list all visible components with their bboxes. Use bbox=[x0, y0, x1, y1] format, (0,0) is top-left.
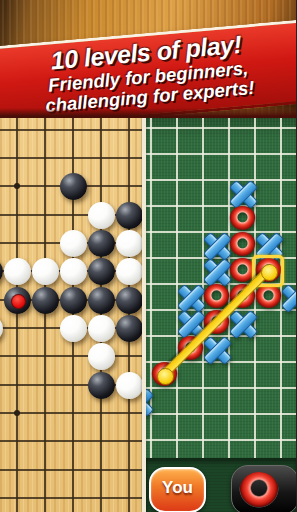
right-panel: You bbox=[146, 118, 296, 512]
black-stone bbox=[88, 372, 115, 399]
win-line-endpoint bbox=[261, 264, 278, 281]
board-hline bbox=[146, 153, 296, 155]
white-stone bbox=[88, 202, 115, 229]
board-vline bbox=[44, 118, 46, 512]
x-piece bbox=[229, 310, 256, 337]
black-stone bbox=[4, 287, 31, 314]
xo-board[interactable] bbox=[146, 118, 296, 458]
o-piece-indicator-icon bbox=[239, 472, 279, 512]
white-stone bbox=[88, 343, 115, 370]
black-stone bbox=[0, 258, 3, 285]
white-stone bbox=[4, 258, 31, 285]
black-stone bbox=[88, 287, 115, 314]
promo-banner: 10 levels of play! Friendly for beginner… bbox=[0, 19, 296, 118]
you-button[interactable]: You bbox=[149, 467, 206, 512]
board-vline bbox=[16, 118, 18, 512]
x-piece bbox=[281, 284, 297, 311]
black-stone bbox=[32, 287, 59, 314]
white-stone bbox=[60, 315, 87, 342]
white-stone bbox=[88, 315, 115, 342]
white-stone bbox=[60, 230, 87, 257]
x-piece bbox=[146, 388, 152, 415]
go-board[interactable] bbox=[0, 118, 142, 512]
star-point bbox=[14, 410, 20, 416]
x-piece bbox=[229, 180, 256, 207]
last-move-marker bbox=[11, 294, 26, 309]
x-piece bbox=[203, 232, 230, 259]
white-stone bbox=[116, 230, 143, 257]
board-hline bbox=[0, 469, 142, 471]
app-screen: 10 levels of play! Friendly for beginner… bbox=[0, 0, 296, 512]
x-piece bbox=[203, 258, 230, 285]
white-stone bbox=[60, 258, 87, 285]
board-hline bbox=[146, 205, 296, 207]
board-hline bbox=[0, 440, 142, 442]
white-stone bbox=[116, 258, 143, 285]
o-piece bbox=[255, 284, 282, 311]
board-hline bbox=[146, 413, 296, 415]
board-hline bbox=[0, 157, 142, 159]
black-stone bbox=[116, 287, 143, 314]
board-hline bbox=[146, 127, 296, 129]
bottom-bar: You bbox=[146, 458, 296, 512]
black-stone bbox=[60, 173, 87, 200]
board-hline bbox=[0, 412, 142, 414]
o-piece bbox=[229, 232, 256, 259]
white-stone bbox=[32, 258, 59, 285]
x-piece bbox=[203, 336, 230, 363]
board-hline bbox=[0, 497, 142, 499]
black-stone bbox=[116, 202, 143, 229]
board-hline bbox=[0, 129, 142, 131]
board-vline bbox=[228, 118, 230, 458]
board-hline bbox=[146, 439, 296, 441]
black-stone bbox=[60, 287, 87, 314]
x-piece bbox=[177, 284, 204, 311]
win-line-endpoint bbox=[157, 368, 174, 385]
black-stone bbox=[88, 230, 115, 257]
black-stone bbox=[88, 258, 115, 285]
star-point bbox=[14, 183, 20, 189]
board-hline bbox=[146, 179, 296, 181]
white-stone bbox=[116, 372, 143, 399]
board-hline bbox=[0, 355, 142, 357]
turn-indicator-pill bbox=[231, 465, 296, 512]
o-piece bbox=[229, 206, 256, 233]
panel-divider bbox=[142, 114, 146, 512]
black-stone bbox=[116, 315, 143, 342]
white-stone bbox=[0, 315, 3, 342]
promo-header: 10 levels of play! Friendly for beginner… bbox=[0, 0, 296, 118]
